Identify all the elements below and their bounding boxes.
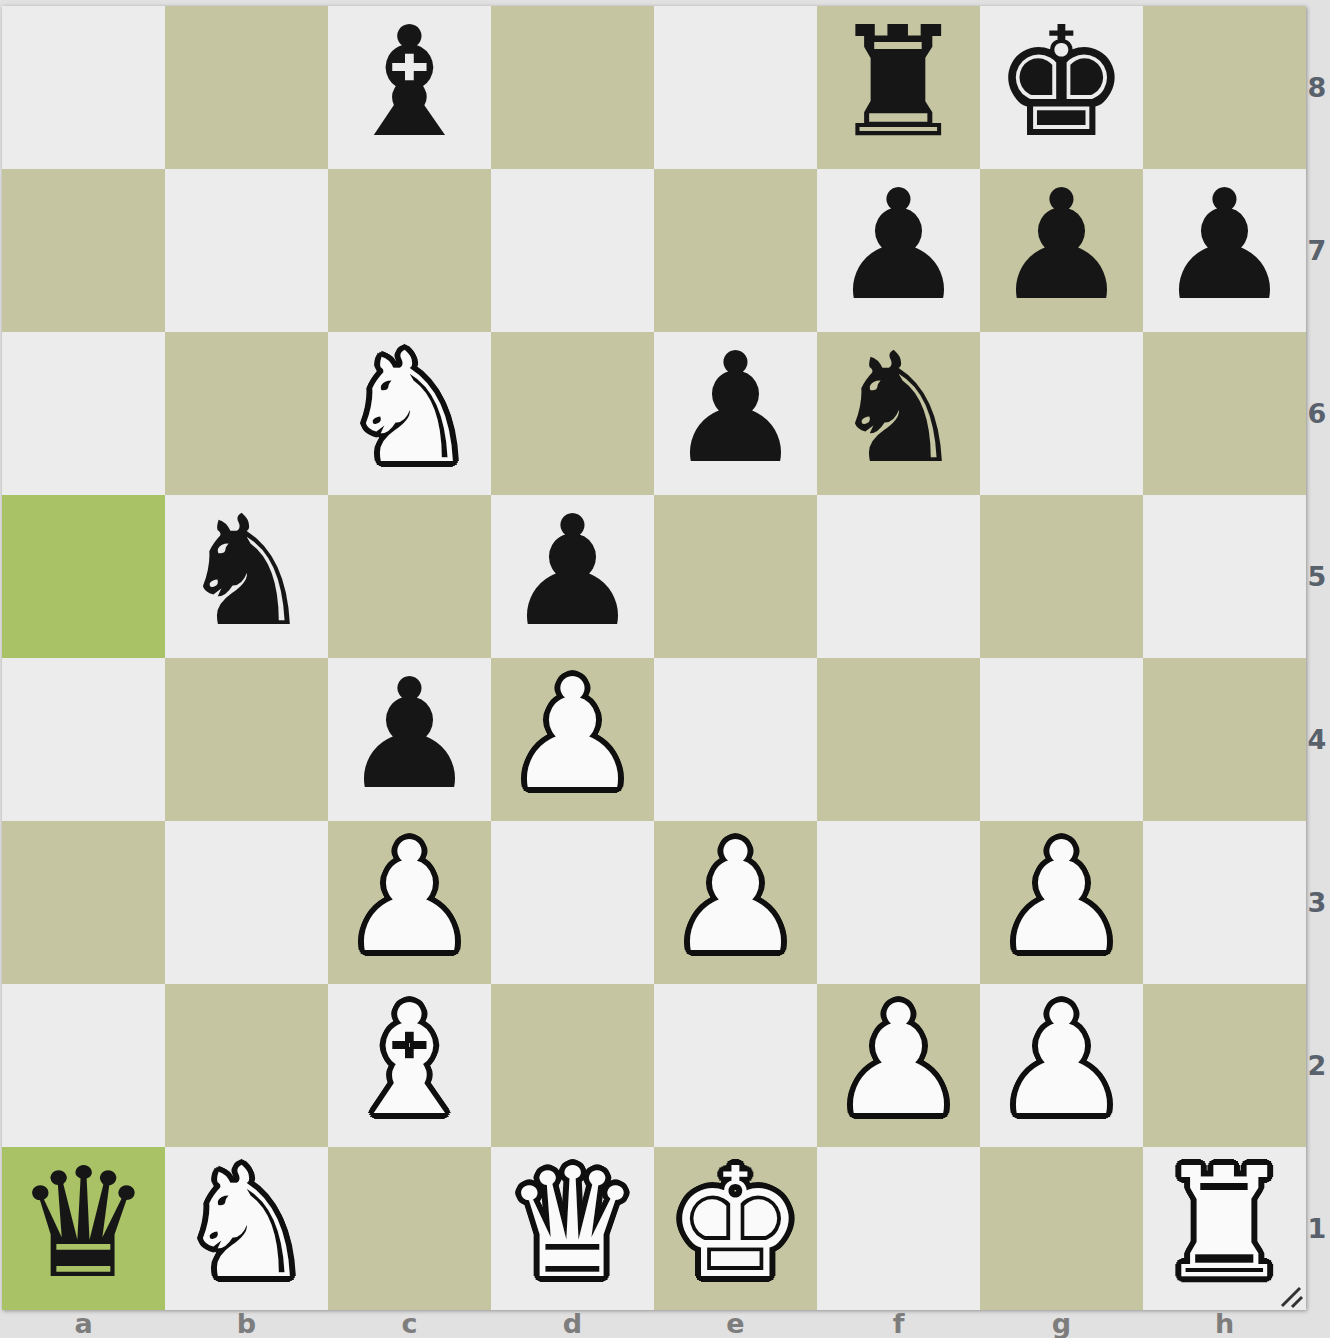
square-e4[interactable] [654,658,817,821]
square-f7[interactable]: ♟ [817,169,980,332]
square-g2[interactable]: ♟ [980,984,1143,1147]
piece-white-rook[interactable]: ♜ [1156,1142,1292,1305]
square-e8[interactable] [654,6,817,169]
square-c3[interactable]: ♟ [328,821,491,984]
square-e6[interactable]: ♟ [654,332,817,495]
file-label-d: d [491,1308,654,1338]
piece-black-pawn[interactable]: ♟ [341,653,477,816]
rank-label-4: 4 [1306,658,1328,821]
file-label-c: c [328,1308,491,1338]
square-b3[interactable] [165,821,328,984]
square-a6[interactable] [2,332,165,495]
square-f4[interactable] [817,658,980,821]
square-b7[interactable] [165,169,328,332]
rank-label-6: 6 [1306,332,1328,495]
piece-black-pawn[interactable]: ♟ [830,164,966,327]
piece-black-queen[interactable]: ♛ [15,1142,151,1305]
square-h5[interactable] [1143,495,1306,658]
rank-label-7: 7 [1306,169,1328,332]
square-c5[interactable] [328,495,491,658]
piece-white-knight[interactable]: ♞ [178,1142,314,1305]
file-label-h: h [1143,1308,1306,1338]
square-a3[interactable] [2,821,165,984]
board-resize-handle[interactable] [1279,1283,1305,1309]
square-c8[interactable]: ♝ [328,6,491,169]
square-a5[interactable] [2,495,165,658]
piece-black-pawn[interactable]: ♟ [993,164,1129,327]
square-g4[interactable] [980,658,1143,821]
file-label-a: a [2,1308,165,1338]
square-f5[interactable] [817,495,980,658]
square-f8[interactable]: ♜ [817,6,980,169]
square-h3[interactable] [1143,821,1306,984]
piece-white-knight[interactable]: ♞ [341,327,477,490]
piece-black-king[interactable]: ♚ [993,1,1129,164]
piece-black-pawn[interactable]: ♟ [1156,164,1292,327]
square-d6[interactable] [491,332,654,495]
square-a1[interactable]: ♛ [2,1147,165,1310]
square-h7[interactable]: ♟ [1143,169,1306,332]
square-f2[interactable]: ♟ [817,984,980,1147]
file-label-e: e [654,1308,817,1338]
piece-white-queen[interactable]: ♛ [504,1142,640,1305]
square-h2[interactable] [1143,984,1306,1147]
square-g5[interactable] [980,495,1143,658]
square-b6[interactable] [165,332,328,495]
square-f6[interactable]: ♞ [817,332,980,495]
square-b8[interactable] [165,6,328,169]
page-background: { "game": "chess", "position": { "fen": … [0,0,1330,1338]
square-d2[interactable] [491,984,654,1147]
square-d1[interactable]: ♛ [491,1147,654,1310]
piece-white-pawn[interactable]: ♟ [341,816,477,979]
rank-label-2: 2 [1306,984,1328,1147]
piece-white-king[interactable]: ♚ [667,1142,803,1305]
square-h4[interactable] [1143,658,1306,821]
square-f3[interactable] [817,821,980,984]
piece-black-pawn[interactable]: ♟ [504,490,640,653]
piece-white-pawn[interactable]: ♟ [993,816,1129,979]
rank-labels: 87654321 [1306,6,1328,1310]
square-c7[interactable] [328,169,491,332]
square-b2[interactable] [165,984,328,1147]
square-b5[interactable]: ♞ [165,495,328,658]
piece-white-bishop[interactable]: ♝ [341,979,477,1142]
square-d3[interactable] [491,821,654,984]
square-a2[interactable] [2,984,165,1147]
piece-black-bishop[interactable]: ♝ [341,1,477,164]
square-g8[interactable]: ♚ [980,6,1143,169]
square-a8[interactable] [2,6,165,169]
rank-label-8: 8 [1306,6,1328,169]
piece-white-pawn[interactable]: ♟ [993,979,1129,1142]
piece-white-pawn[interactable]: ♟ [504,653,640,816]
square-a4[interactable] [2,658,165,821]
square-c2[interactable]: ♝ [328,984,491,1147]
square-g3[interactable]: ♟ [980,821,1143,984]
square-h6[interactable] [1143,332,1306,495]
file-label-f: f [817,1308,980,1338]
piece-white-pawn[interactable]: ♟ [830,979,966,1142]
square-c4[interactable]: ♟ [328,658,491,821]
file-label-b: b [165,1308,328,1338]
file-labels: abcdefgh [2,1308,1306,1338]
square-e2[interactable] [654,984,817,1147]
square-e5[interactable] [654,495,817,658]
resize-diagonal-lines-icon [1279,1283,1305,1309]
rank-label-3: 3 [1306,821,1328,984]
square-d4[interactable]: ♟ [491,658,654,821]
square-b1[interactable]: ♞ [165,1147,328,1310]
piece-black-pawn[interactable]: ♟ [667,327,803,490]
square-e3[interactable]: ♟ [654,821,817,984]
square-g6[interactable] [980,332,1143,495]
rank-label-1: 1 [1306,1147,1328,1310]
piece-white-pawn[interactable]: ♟ [667,816,803,979]
square-d7[interactable] [491,169,654,332]
rank-label-5: 5 [1306,495,1328,658]
square-d8[interactable] [491,6,654,169]
square-d5[interactable]: ♟ [491,495,654,658]
square-e1[interactable]: ♚ [654,1147,817,1310]
square-a7[interactable] [2,169,165,332]
square-e7[interactable] [654,169,817,332]
square-c6[interactable]: ♞ [328,332,491,495]
square-h8[interactable] [1143,6,1306,169]
piece-black-knight[interactable]: ♞ [830,327,966,490]
piece-black-rook[interactable]: ♜ [830,1,966,164]
file-label-g: g [980,1308,1143,1338]
piece-black-knight[interactable]: ♞ [178,490,314,653]
square-b4[interactable] [165,658,328,821]
square-f1[interactable] [817,1147,980,1310]
square-g7[interactable]: ♟ [980,169,1143,332]
chess-board: ♝♜♚♟♟♟♞♟♞♞♟♟♟♟♟♟♝♟♟♛♞♛♚♜ [2,6,1306,1310]
square-g1[interactable] [980,1147,1143,1310]
square-c1[interactable] [328,1147,491,1310]
